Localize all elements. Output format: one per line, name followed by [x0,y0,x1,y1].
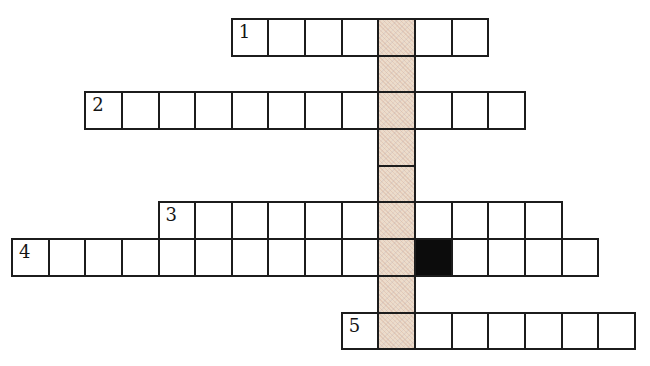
clue-number: 5 [349,315,360,337]
page: 12345 [0,0,650,366]
crossword-cell[interactable] [598,313,635,350]
highlight-cell[interactable] [378,239,415,276]
crossword-cell[interactable] [488,313,525,350]
crossword-cell[interactable] [195,239,232,276]
clue-number: 2 [92,94,103,116]
highlight-cell[interactable] [378,313,415,350]
crossword-cell[interactable] [49,239,86,276]
clue-number: 4 [19,241,30,263]
crossword-cell[interactable] [122,239,159,276]
crossword-cell[interactable] [342,239,379,276]
crossword-cell[interactable] [342,202,379,239]
crossword-cell[interactable] [562,239,599,276]
crossword-cell[interactable]: 4 [12,239,49,276]
crossword-cell[interactable] [232,92,269,129]
crossword-cell[interactable] [195,202,232,239]
highlight-cell[interactable] [378,92,415,129]
highlight-cell[interactable] [378,166,415,203]
crossword-cell[interactable] [305,19,342,56]
crossword-cell[interactable] [268,202,305,239]
crossword-cell[interactable] [525,202,562,239]
crossword-cell[interactable] [452,92,489,129]
crossword-cell[interactable] [488,92,525,129]
crossword-cell[interactable]: 1 [232,19,269,56]
crossword-cell[interactable] [525,239,562,276]
crossword-cell[interactable] [232,202,269,239]
highlight-cell[interactable] [378,19,415,56]
crossword-cell[interactable] [195,92,232,129]
crossword-cell[interactable] [305,239,342,276]
blocked-cell [415,239,452,276]
crossword-cell[interactable] [305,202,342,239]
crossword-cell[interactable] [268,239,305,276]
crossword-cell[interactable] [415,202,452,239]
clue-number: 3 [166,204,177,226]
crossword-cell[interactable] [268,19,305,56]
crossword-cell[interactable]: 5 [342,313,379,350]
crossword-cell[interactable] [452,19,489,56]
crossword-cell[interactable] [85,239,122,276]
crossword-cell[interactable] [415,19,452,56]
crossword-cell[interactable] [488,239,525,276]
crossword-cell[interactable]: 2 [85,92,122,129]
crossword-cell[interactable] [122,92,159,129]
crossword-cell[interactable]: 3 [159,202,196,239]
crossword-cell[interactable] [342,92,379,129]
crossword-cell[interactable] [452,239,489,276]
crossword-cell[interactable] [268,92,305,129]
crossword-cell[interactable] [562,313,599,350]
crossword-cell[interactable] [159,92,196,129]
highlight-cell[interactable] [378,202,415,239]
clue-number: 1 [239,21,250,43]
crossword-cell[interactable] [415,92,452,129]
crossword-cell[interactable] [488,202,525,239]
crossword-cell[interactable] [415,313,452,350]
crossword-cell[interactable] [452,202,489,239]
crossword-cell[interactable] [232,239,269,276]
crossword-cell[interactable] [452,313,489,350]
crossword-cell[interactable] [305,92,342,129]
crossword-board: 12345 [12,19,635,349]
crossword-cell[interactable] [342,19,379,56]
crossword-cell[interactable] [525,313,562,350]
highlight-cell[interactable] [378,56,415,93]
crossword-cell[interactable] [159,239,196,276]
highlight-cell[interactable] [378,276,415,313]
highlight-cell[interactable] [378,129,415,166]
